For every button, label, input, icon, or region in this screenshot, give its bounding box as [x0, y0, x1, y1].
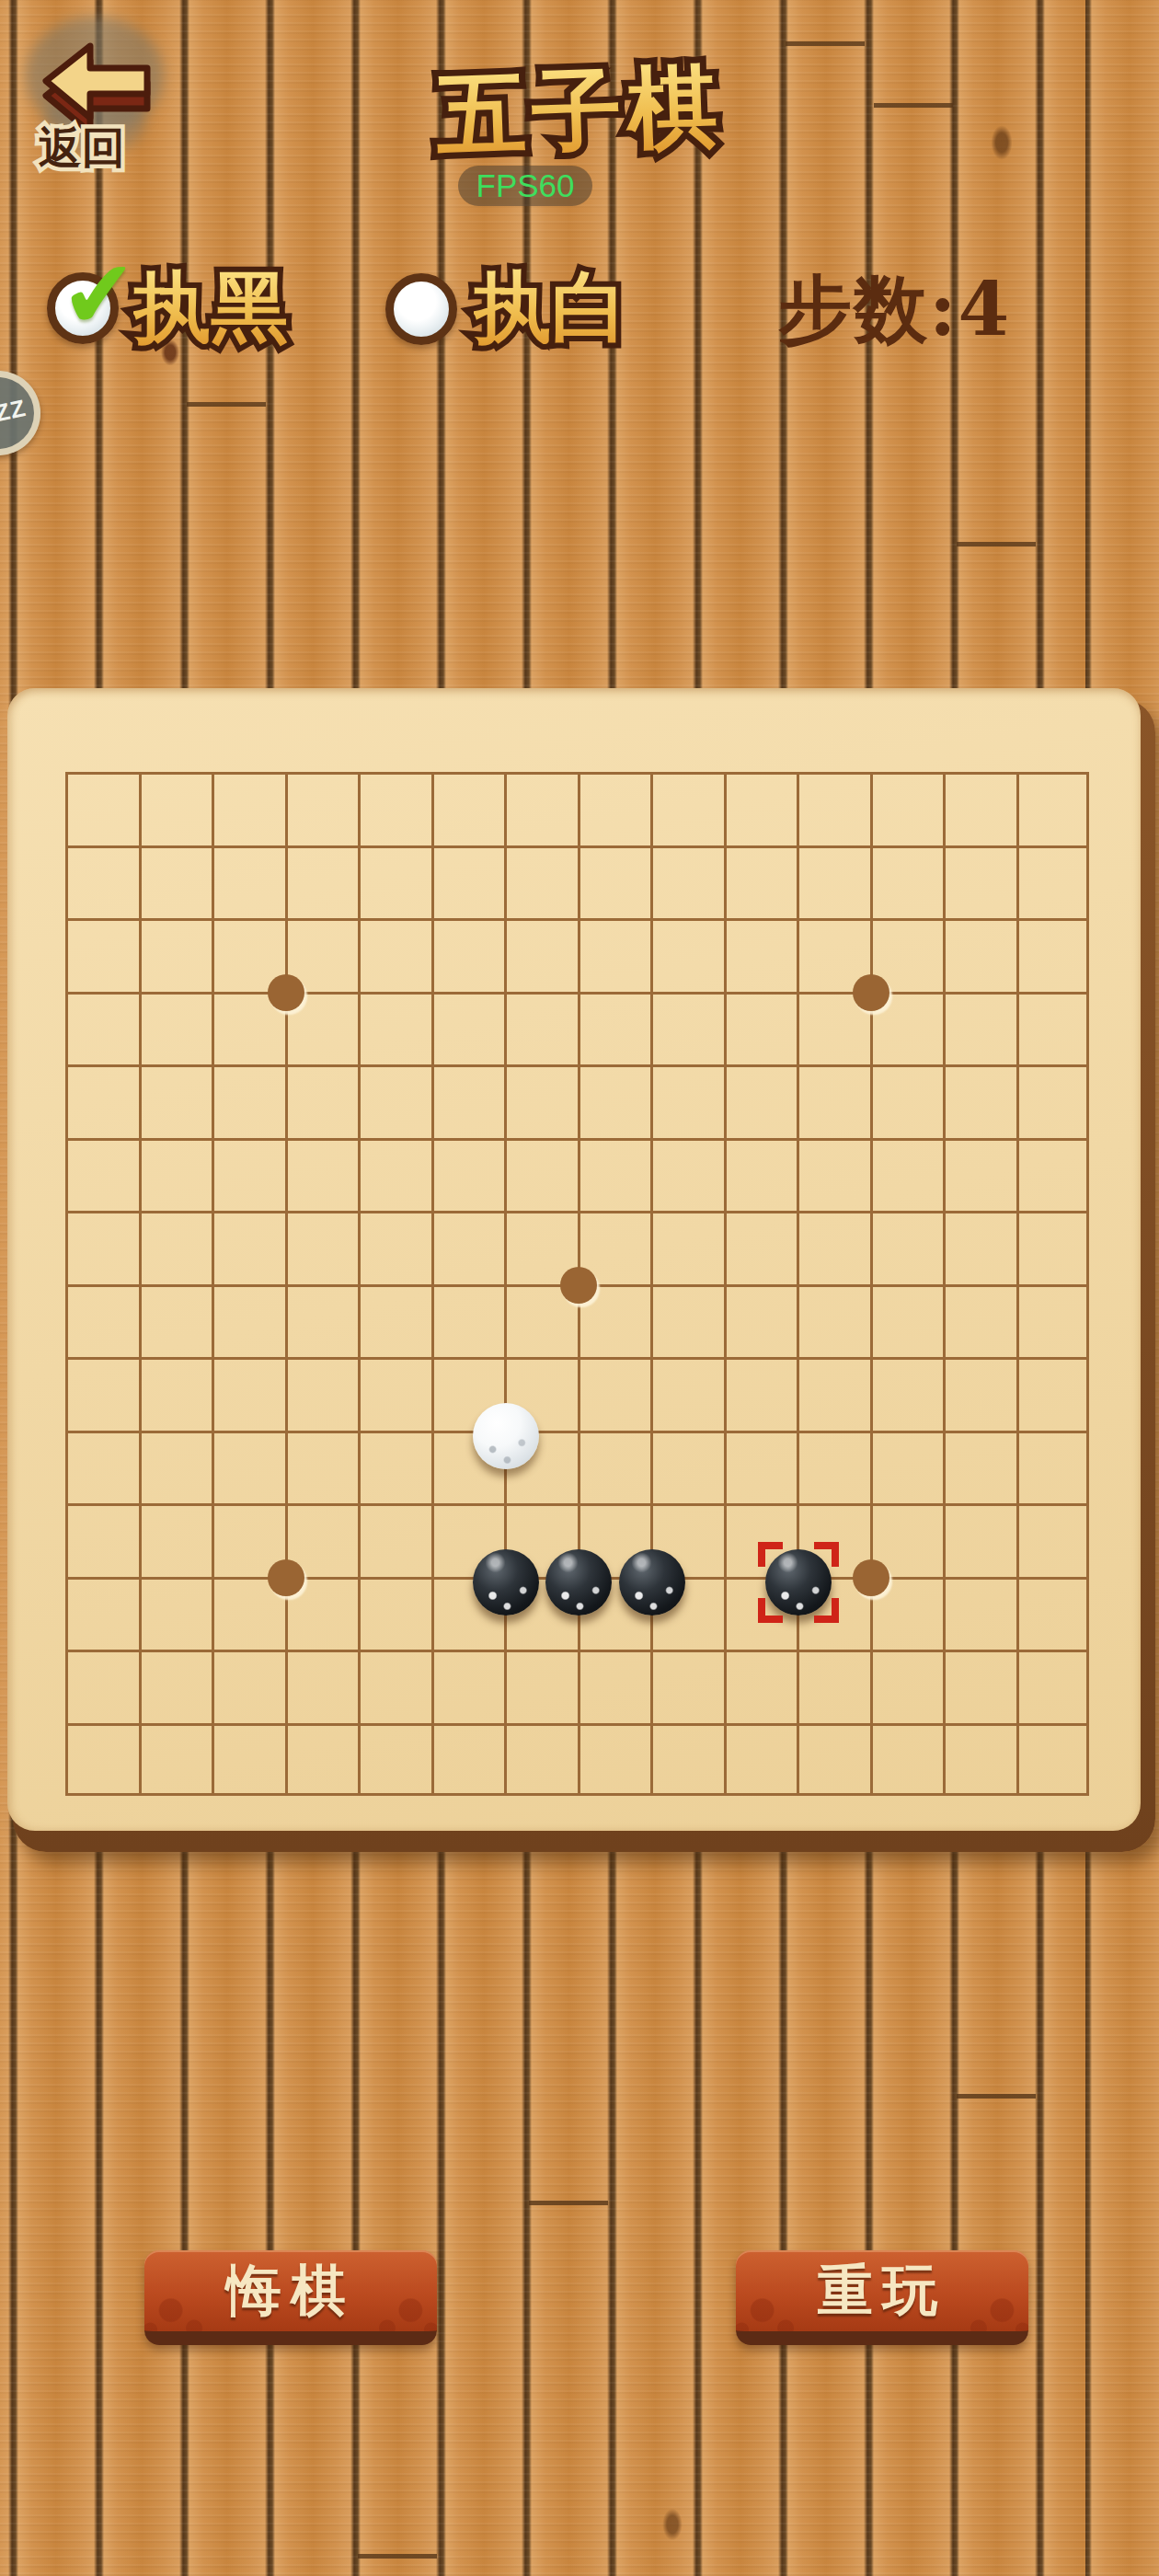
board-cell[interactable]	[212, 1138, 285, 1212]
black-stone	[545, 1549, 612, 1616]
board-cell[interactable]	[65, 1138, 139, 1212]
board-cell[interactable]	[797, 1650, 870, 1723]
board-cell[interactable]	[65, 992, 139, 1065]
undo-button-label: 悔棋	[226, 2254, 355, 2329]
board-cell[interactable]	[724, 1431, 798, 1504]
board-cell[interactable]	[212, 1211, 285, 1284]
board-cell[interactable]	[358, 1357, 431, 1431]
fps-badge: FPS60	[458, 166, 592, 206]
board-cell[interactable]	[870, 1064, 944, 1138]
board-cell[interactable]	[285, 1138, 359, 1212]
board-cell[interactable]	[139, 1138, 212, 1212]
back-button-label: 返回返回	[39, 120, 125, 178]
board-cell[interactable]	[431, 1064, 505, 1138]
board-cell[interactable]	[139, 1357, 212, 1431]
board-cell[interactable]	[65, 1650, 139, 1723]
board-cell[interactable]	[65, 1577, 139, 1650]
board-cell[interactable]	[797, 1284, 870, 1358]
board-cell[interactable]	[650, 1723, 724, 1797]
board-cell[interactable]	[1016, 845, 1090, 919]
board-cell[interactable]	[139, 1503, 212, 1577]
board-cell[interactable]	[139, 1723, 212, 1797]
board-cell[interactable]	[285, 1357, 359, 1431]
board-cell[interactable]	[431, 918, 505, 992]
board-cell[interactable]	[504, 918, 578, 992]
board-cell[interactable]	[578, 918, 651, 992]
board-cell[interactable]	[285, 1211, 359, 1284]
board-cell[interactable]	[870, 772, 944, 845]
board-cell[interactable]	[650, 1357, 724, 1431]
board-cell[interactable]	[139, 1577, 212, 1650]
board-cell[interactable]	[1016, 1503, 1090, 1577]
board-cell[interactable]	[1016, 1357, 1090, 1431]
board-cell[interactable]	[65, 845, 139, 919]
board-cell[interactable]	[578, 1138, 651, 1212]
board-cell[interactable]	[358, 1577, 431, 1650]
board-cell[interactable]	[212, 1357, 285, 1431]
board-cell[interactable]	[65, 1503, 139, 1577]
board-cell[interactable]	[65, 1284, 139, 1358]
board-cell[interactable]	[212, 1650, 285, 1723]
board-cell[interactable]	[797, 1723, 870, 1797]
board-cell[interactable]	[650, 845, 724, 919]
black-stone	[473, 1549, 539, 1616]
board-cell[interactable]	[943, 1211, 1016, 1284]
board-cell[interactable]	[578, 1723, 651, 1797]
page-title: 五子棋五子棋	[434, 47, 725, 178]
board-cell[interactable]	[285, 1431, 359, 1504]
game-screen: 返回返回 五子棋五子棋 FPS60 ✔ 执黑执黑 执白执白 步数:4 ZZ 悔棋…	[0, 0, 1159, 2576]
board-cell[interactable]	[285, 845, 359, 919]
board-cell[interactable]	[212, 845, 285, 919]
board-cell[interactable]	[578, 1650, 651, 1723]
board-cell[interactable]	[943, 1577, 1016, 1650]
check-icon: ✔	[58, 247, 142, 344]
board-cell[interactable]	[1016, 1284, 1090, 1358]
board-cell[interactable]	[650, 1284, 724, 1358]
board-cell[interactable]	[943, 1064, 1016, 1138]
board-cell[interactable]	[65, 1357, 139, 1431]
board-cell[interactable]	[358, 1138, 431, 1212]
board-cell[interactable]	[358, 1650, 431, 1723]
board-cell[interactable]	[358, 1723, 431, 1797]
board-cell[interactable]	[724, 1357, 798, 1431]
gomoku-board[interactable]	[7, 688, 1141, 1831]
move-counter: 步数:4	[778, 261, 1011, 361]
board-cell[interactable]	[431, 1723, 505, 1797]
board-cell[interactable]	[358, 1284, 431, 1358]
board-cell[interactable]	[504, 845, 578, 919]
board-cell[interactable]	[1016, 1211, 1090, 1284]
play-white-radio[interactable]	[385, 273, 457, 345]
board-cell[interactable]	[870, 1723, 944, 1797]
white-stone	[473, 1403, 539, 1469]
board-cell[interactable]	[139, 918, 212, 992]
fps-value: FPS60	[476, 167, 575, 204]
board-cell[interactable]	[578, 1357, 651, 1431]
board-cell[interactable]	[1016, 1431, 1090, 1504]
board-cell[interactable]	[943, 992, 1016, 1065]
board-cell[interactable]	[139, 1211, 212, 1284]
board-cell[interactable]	[650, 1064, 724, 1138]
board-cell[interactable]	[1016, 772, 1090, 845]
board-cell[interactable]	[724, 1064, 798, 1138]
board-cell[interactable]	[358, 918, 431, 992]
board-cell[interactable]	[358, 1503, 431, 1577]
board-cell[interactable]	[943, 772, 1016, 845]
board-cell[interactable]	[870, 1138, 944, 1212]
board-cell[interactable]	[139, 1431, 212, 1504]
board-cell[interactable]	[65, 1064, 139, 1138]
board-cell[interactable]	[431, 772, 505, 845]
board-cell[interactable]	[358, 1211, 431, 1284]
play-white-label: 执白执白	[474, 256, 628, 361]
move-counter-value: 4	[958, 266, 1012, 352]
board-cell[interactable]	[797, 845, 870, 919]
board-cell[interactable]	[504, 1650, 578, 1723]
board-cell[interactable]	[212, 1431, 285, 1504]
board-cell[interactable]	[724, 1723, 798, 1797]
move-counter-label: 步数:	[778, 266, 958, 352]
restart-button-label: 重玩	[818, 2254, 947, 2329]
board-cell[interactable]	[650, 918, 724, 992]
board-cell[interactable]	[139, 1650, 212, 1723]
board-cell[interactable]	[431, 1211, 505, 1284]
board-cell[interactable]	[650, 1650, 724, 1723]
star-point	[268, 974, 304, 1011]
board-cell[interactable]	[285, 1723, 359, 1797]
board-cell[interactable]	[358, 845, 431, 919]
board-cell[interactable]	[650, 992, 724, 1065]
board-cell[interactable]	[870, 1650, 944, 1723]
board-cell[interactable]	[724, 1650, 798, 1723]
last-move-marker	[758, 1542, 839, 1623]
board-cell[interactable]	[504, 1138, 578, 1212]
star-point	[268, 1559, 304, 1596]
board-cell[interactable]	[358, 1064, 431, 1138]
board-cell[interactable]	[139, 772, 212, 845]
board-cell[interactable]	[870, 1211, 944, 1284]
board-cell[interactable]	[650, 772, 724, 845]
board-cell[interactable]	[285, 1650, 359, 1723]
board-cell[interactable]	[504, 772, 578, 845]
board-cell[interactable]	[431, 845, 505, 919]
board-cell[interactable]	[1016, 1577, 1090, 1650]
board-cell[interactable]	[285, 1064, 359, 1138]
undo-button[interactable]: 悔棋	[144, 2250, 437, 2345]
board-cell[interactable]	[724, 918, 798, 992]
board-cell[interactable]	[504, 1723, 578, 1797]
board-cell[interactable]	[431, 1650, 505, 1723]
floating-sleep-widget-text: ZZ	[0, 393, 29, 427]
board-cell[interactable]	[578, 992, 651, 1065]
black-stone	[619, 1549, 685, 1616]
board-cell[interactable]	[797, 772, 870, 845]
board-cell[interactable]	[870, 1431, 944, 1504]
board-cell[interactable]	[578, 772, 651, 845]
board-cell[interactable]	[139, 1064, 212, 1138]
board-cell[interactable]	[724, 1284, 798, 1358]
board-cell[interactable]	[504, 992, 578, 1065]
board-cell[interactable]	[285, 1284, 359, 1358]
board-cell[interactable]	[1016, 1138, 1090, 1212]
board-cell[interactable]	[1016, 992, 1090, 1065]
board-cell[interactable]	[943, 1357, 1016, 1431]
board-cell[interactable]	[943, 918, 1016, 992]
board-cell[interactable]	[431, 1284, 505, 1358]
board-cell[interactable]	[65, 772, 139, 845]
board-cell[interactable]	[943, 1723, 1016, 1797]
board-cell[interactable]	[578, 1431, 651, 1504]
board-cell[interactable]	[724, 1138, 798, 1212]
board-cell[interactable]	[797, 1431, 870, 1504]
board-cell[interactable]	[358, 1431, 431, 1504]
board-cell[interactable]	[578, 845, 651, 919]
board-cell[interactable]	[943, 1431, 1016, 1504]
board-cell[interactable]	[1016, 1723, 1090, 1797]
board-cell[interactable]	[139, 1284, 212, 1358]
board-cell[interactable]	[212, 1284, 285, 1358]
board-cell[interactable]	[724, 845, 798, 919]
board-cell[interactable]	[943, 1650, 1016, 1723]
board-cell[interactable]	[650, 1138, 724, 1212]
play-black-checkbox[interactable]: ✔	[47, 272, 119, 344]
board-cell[interactable]	[65, 918, 139, 992]
board-cell[interactable]	[797, 1064, 870, 1138]
star-point	[560, 1267, 597, 1304]
restart-button[interactable]: 重玩	[736, 2250, 1028, 2345]
board-cell[interactable]	[431, 992, 505, 1065]
board-cell[interactable]	[212, 1723, 285, 1797]
board-cell[interactable]	[724, 992, 798, 1065]
board-cell[interactable]	[724, 772, 798, 845]
board-cell[interactable]	[139, 845, 212, 919]
board-cell[interactable]	[650, 1211, 724, 1284]
back-button[interactable]: 返回返回	[17, 17, 191, 191]
board-cell[interactable]	[797, 1138, 870, 1212]
board-cell[interactable]	[724, 1211, 798, 1284]
board-cell[interactable]	[65, 1723, 139, 1797]
board-cell[interactable]	[212, 1064, 285, 1138]
board-cell[interactable]	[212, 772, 285, 845]
board-cell[interactable]	[431, 1138, 505, 1212]
board-cell[interactable]	[943, 1503, 1016, 1577]
star-point	[853, 1559, 889, 1596]
board-cell[interactable]	[358, 772, 431, 845]
board-cell[interactable]	[65, 1211, 139, 1284]
play-black-label: 执黑执黑	[133, 256, 288, 361]
board-cell[interactable]	[578, 1064, 651, 1138]
board-cell[interactable]	[1016, 1064, 1090, 1138]
board-cell[interactable]	[943, 1284, 1016, 1358]
board-cell[interactable]	[285, 772, 359, 845]
board-cell[interactable]	[1016, 1650, 1090, 1723]
board-cell[interactable]	[358, 992, 431, 1065]
board-cell[interactable]	[139, 992, 212, 1065]
board-cell[interactable]	[797, 1357, 870, 1431]
board-cell[interactable]	[1016, 918, 1090, 992]
board-cell[interactable]	[797, 1211, 870, 1284]
board-cell[interactable]	[943, 845, 1016, 919]
board-cell[interactable]	[870, 1284, 944, 1358]
star-point	[853, 974, 889, 1011]
board-cell[interactable]	[943, 1138, 1016, 1212]
board-cell[interactable]	[65, 1431, 139, 1504]
board-cell[interactable]	[870, 845, 944, 919]
board-cell[interactable]	[870, 1357, 944, 1431]
board-cell[interactable]	[504, 1064, 578, 1138]
board-cell[interactable]	[650, 1431, 724, 1504]
